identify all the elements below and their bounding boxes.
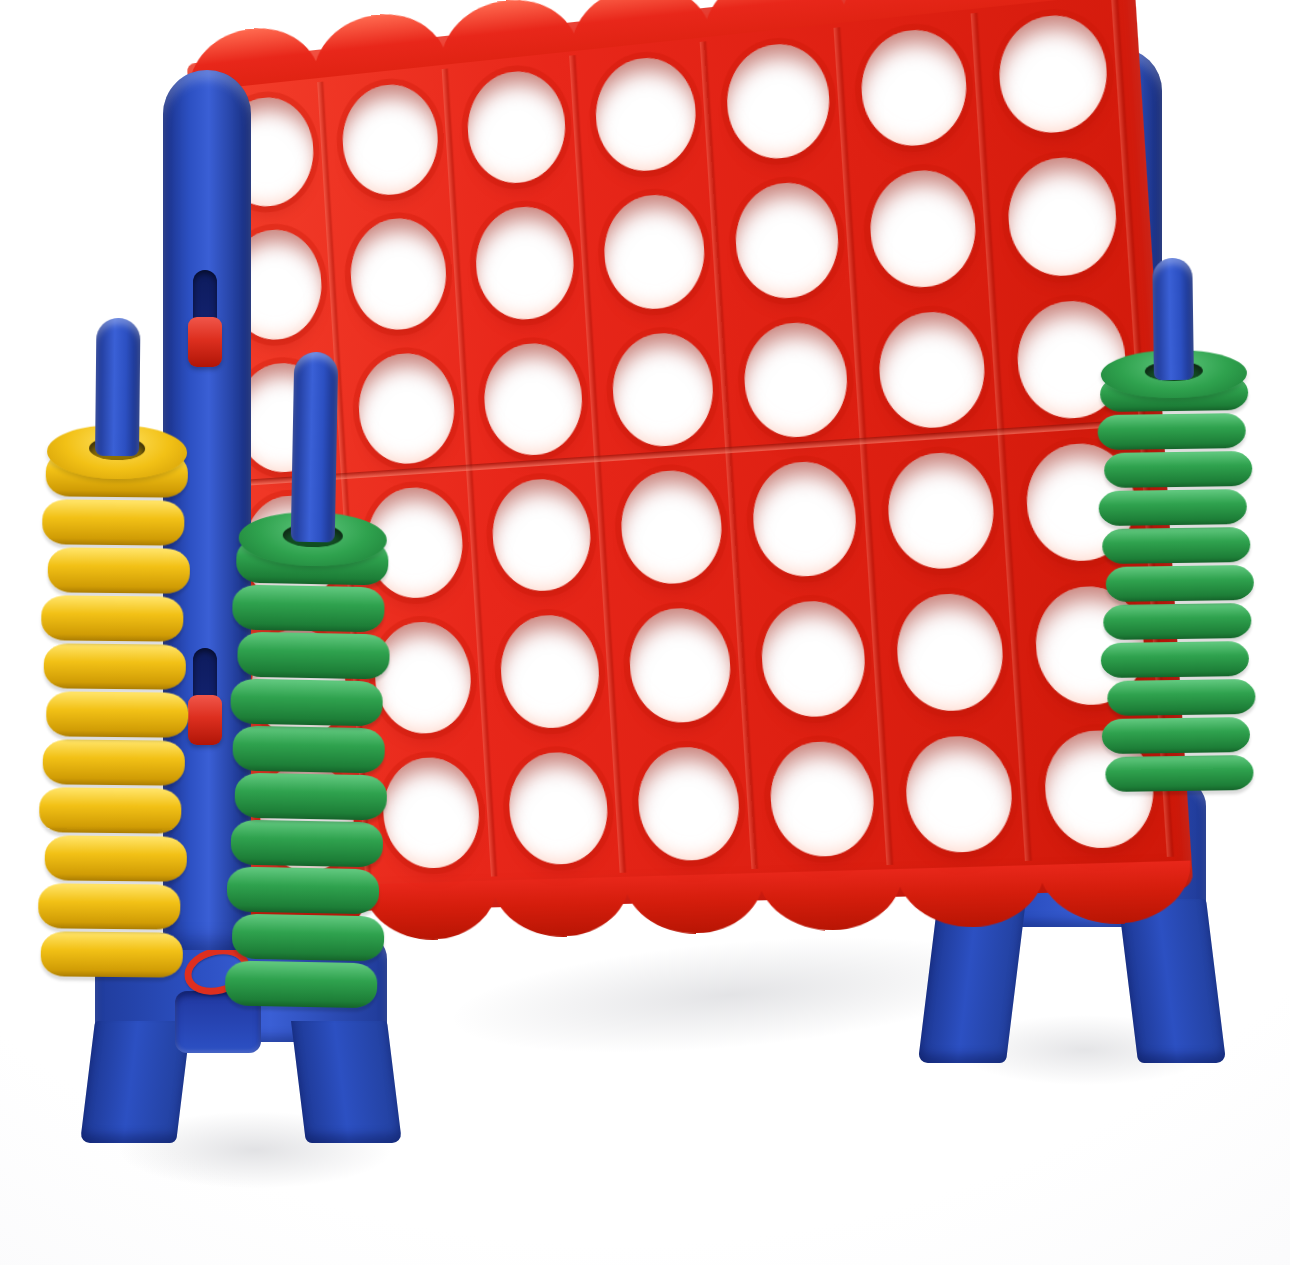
green-ring — [1102, 717, 1250, 754]
empty-hole — [372, 620, 474, 735]
empty-hole — [498, 613, 603, 730]
storage-post-front — [291, 352, 339, 543]
slider-slot-upper — [193, 270, 217, 365]
empty-hole — [996, 10, 1111, 137]
board-cell — [707, 25, 850, 177]
red-slider-latch-upper — [188, 317, 222, 367]
empty-hole — [767, 739, 877, 857]
scallop-crest — [491, 877, 633, 938]
empty-hole — [885, 450, 997, 572]
empty-hole — [340, 80, 441, 199]
board-cell — [859, 294, 1006, 445]
empty-hole — [858, 25, 970, 151]
empty-hole — [473, 203, 577, 323]
board-cell — [724, 305, 867, 454]
empty-hole — [348, 215, 450, 333]
board-cell — [449, 53, 585, 201]
board-cell — [716, 165, 859, 316]
empty-hole — [876, 308, 988, 431]
board-cell — [742, 585, 886, 731]
yellow-ring — [48, 547, 190, 593]
green-ring — [237, 632, 390, 680]
board-cell — [576, 39, 715, 189]
board-cell — [850, 152, 997, 305]
board-cell — [733, 445, 877, 593]
giant-connect-four-product-photo — [0, 0, 1290, 1265]
yellow-ring — [42, 499, 184, 545]
green-ring — [230, 678, 383, 726]
board-cell — [585, 177, 725, 326]
green-ring — [1099, 489, 1247, 526]
scallop-crest — [758, 869, 907, 932]
board-cell — [490, 737, 627, 878]
right-leg-rear-foot — [1118, 899, 1227, 1063]
board-cell — [602, 454, 742, 600]
green-ring — [1107, 679, 1255, 716]
empty-hole — [618, 468, 725, 587]
green-ring — [232, 914, 385, 962]
board-cell — [885, 720, 1033, 867]
ring-stack-front-green — [228, 351, 393, 1014]
green-ring — [1104, 451, 1252, 488]
empty-hole — [867, 166, 979, 291]
empty-hole — [481, 339, 585, 458]
connect-four-board — [183, 0, 1133, 36]
empty-hole — [635, 745, 742, 862]
right-green-rings — [1100, 375, 1254, 792]
board-cell — [593, 315, 733, 462]
green-ring — [1103, 603, 1251, 640]
empty-hole — [758, 599, 868, 719]
slider-slot-lower — [193, 648, 217, 743]
empty-hole — [593, 53, 699, 175]
board-cell — [324, 66, 457, 212]
empty-hole — [750, 459, 860, 580]
green-ring — [227, 866, 380, 914]
storage-post-right — [1152, 258, 1194, 381]
empty-hole — [894, 592, 1007, 713]
green-ring — [232, 726, 385, 774]
green-ring — [232, 585, 385, 633]
board-cell — [465, 326, 602, 471]
scallop-crest — [623, 873, 768, 935]
board-cell — [332, 201, 465, 346]
ring-stack-right-green — [1098, 257, 1253, 795]
board-cell — [978, 0, 1128, 152]
yellow-ring — [41, 595, 183, 641]
front-green-rings — [228, 538, 389, 1009]
green-ring — [230, 820, 383, 868]
yellow-ring — [46, 691, 188, 737]
yellow-rings — [41, 451, 188, 977]
empty-hole — [506, 750, 611, 866]
empty-hole — [489, 476, 593, 594]
scallop-crest — [1038, 861, 1195, 926]
empty-hole — [741, 319, 850, 441]
storage-post-left — [95, 318, 140, 456]
board-cell — [868, 436, 1015, 586]
empty-hole — [903, 734, 1016, 854]
empty-hole — [732, 179, 841, 302]
empty-hole — [724, 39, 833, 163]
green-ring — [1101, 641, 1249, 678]
board-cell — [364, 743, 498, 883]
yellow-ring — [38, 883, 180, 929]
empty-hole — [465, 67, 569, 188]
board-cell — [877, 578, 1024, 726]
green-ring — [1097, 413, 1245, 450]
green-ring — [1106, 565, 1254, 602]
yellow-ring — [45, 835, 187, 881]
yellow-ring — [41, 931, 183, 977]
board-cell — [457, 189, 593, 336]
green-ring — [234, 773, 387, 821]
empty-hole — [380, 755, 482, 869]
scallop-crest — [896, 865, 1049, 929]
ring-stack-left-yellow — [41, 317, 190, 980]
yellow-ring — [44, 643, 186, 689]
empty-hole — [627, 606, 734, 724]
red-slider-latch-lower — [188, 695, 222, 745]
board-cell — [473, 463, 610, 607]
left-leg-rear-foot — [291, 1021, 402, 1143]
green-ring — [1105, 755, 1253, 792]
yellow-ring — [43, 739, 185, 785]
green-ring — [225, 960, 378, 1008]
board-cell — [619, 732, 759, 875]
green-ring — [1102, 527, 1250, 564]
yellow-ring — [39, 787, 181, 833]
empty-hole — [601, 191, 708, 312]
board-cell — [482, 600, 619, 743]
empty-hole — [610, 329, 717, 449]
board-cell — [841, 10, 987, 164]
board-cell — [610, 593, 750, 737]
board-cell — [750, 726, 894, 871]
